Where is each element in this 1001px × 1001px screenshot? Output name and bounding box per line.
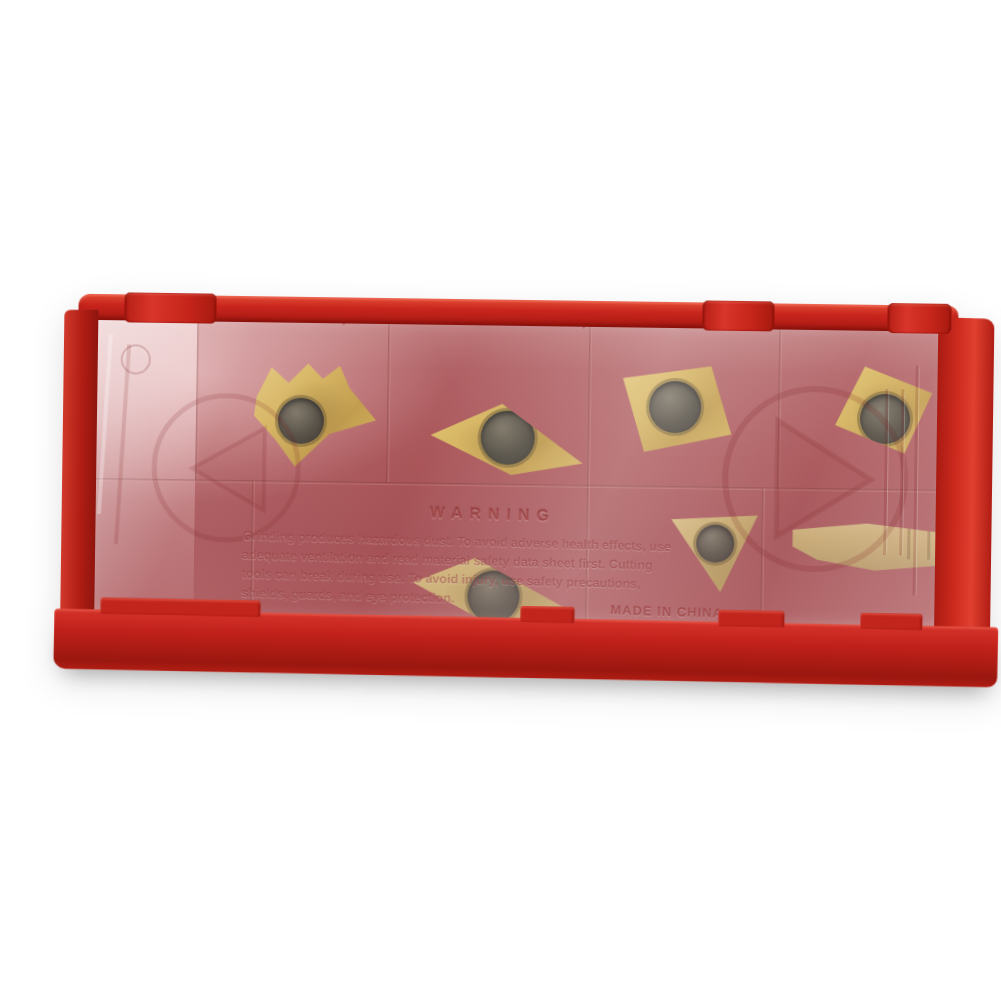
latch-tab	[520, 606, 574, 623]
emboss-line	[913, 365, 919, 595]
hinge-knuckle	[702, 300, 774, 331]
warning-title: WARNING	[429, 504, 556, 525]
lid-streak	[114, 344, 131, 544]
arrow-left-emblem-icon	[145, 387, 307, 549]
hinge-knuckle	[124, 292, 216, 323]
made-in-china-label: MADE IN CHINA	[610, 602, 723, 621]
latch-tab	[860, 613, 922, 630]
insert-box: WARNING Grinding produces hazardous dust…	[59, 294, 994, 685]
box-right-wall	[933, 317, 994, 675]
latch-tab	[100, 597, 260, 616]
hinge-knuckle	[887, 303, 951, 334]
latch-tab	[718, 610, 784, 627]
warning-text: Grinding produces hazardous dust. To avo…	[241, 527, 763, 617]
frosted-lid: WARNING Grinding produces hazardous dust…	[84, 314, 950, 630]
lid-streak	[97, 334, 113, 514]
box-left-wall	[60, 310, 99, 654]
product-photo: WARNING Grinding produces hazardous dust…	[0, 0, 1001, 1001]
